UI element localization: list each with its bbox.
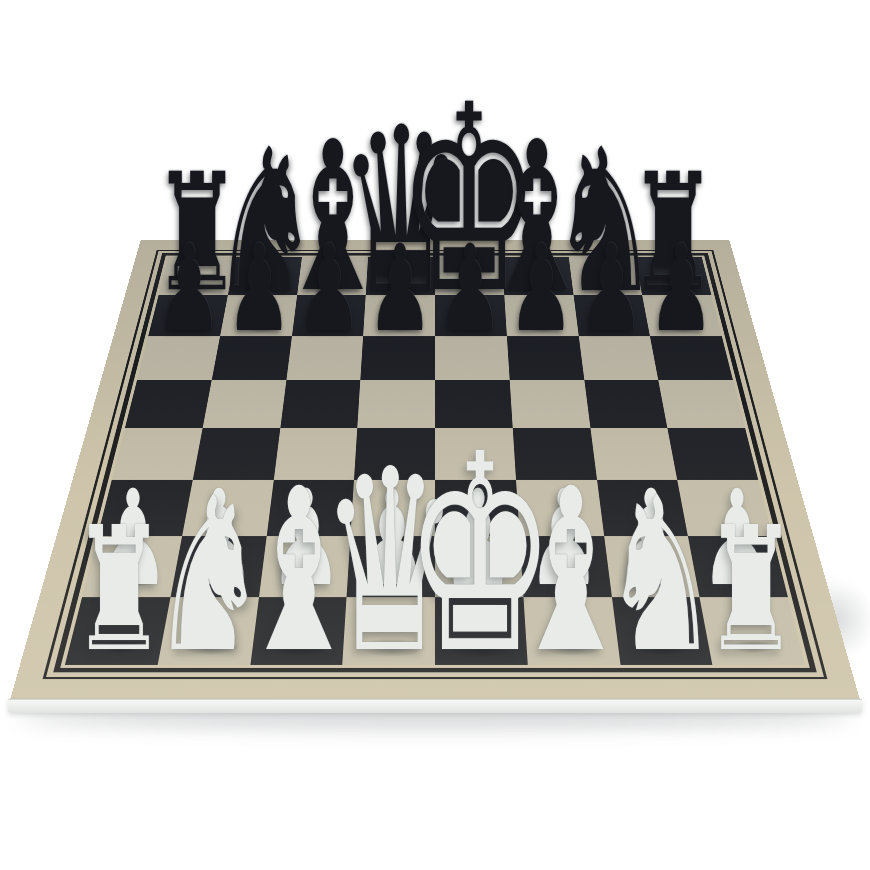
piece-black-pawn-g7[interactable]: ♟ xyxy=(578,229,645,349)
piece-black-pawn-c7[interactable]: ♟ xyxy=(296,229,363,349)
piece-white-knight-g1[interactable]: ♞ xyxy=(602,469,720,682)
piece-black-pawn-f7[interactable]: ♟ xyxy=(507,229,574,349)
piece-white-rook-h1[interactable]: ♜ xyxy=(704,505,799,676)
piece-black-pawn-e7[interactable]: ♟ xyxy=(437,229,504,349)
photo-background: ♜♞♝♛♚♝♞♜♟♟♟♟♟♟♟♟♟♟♟♟♟♟♟♟♜♞♝♛♚♝♞♜ xyxy=(0,0,870,870)
piece-black-pawn-a7[interactable]: ♟ xyxy=(155,229,222,349)
piece-black-pawn-d7[interactable]: ♟ xyxy=(366,229,433,349)
pieces-layer: ♜♞♝♛♚♝♞♜♟♟♟♟♟♟♟♟♟♟♟♟♟♟♟♟♜♞♝♛♚♝♞♜ xyxy=(0,0,870,870)
piece-black-pawn-b7[interactable]: ♟ xyxy=(226,229,293,349)
piece-black-pawn-h7[interactable]: ♟ xyxy=(648,229,715,349)
